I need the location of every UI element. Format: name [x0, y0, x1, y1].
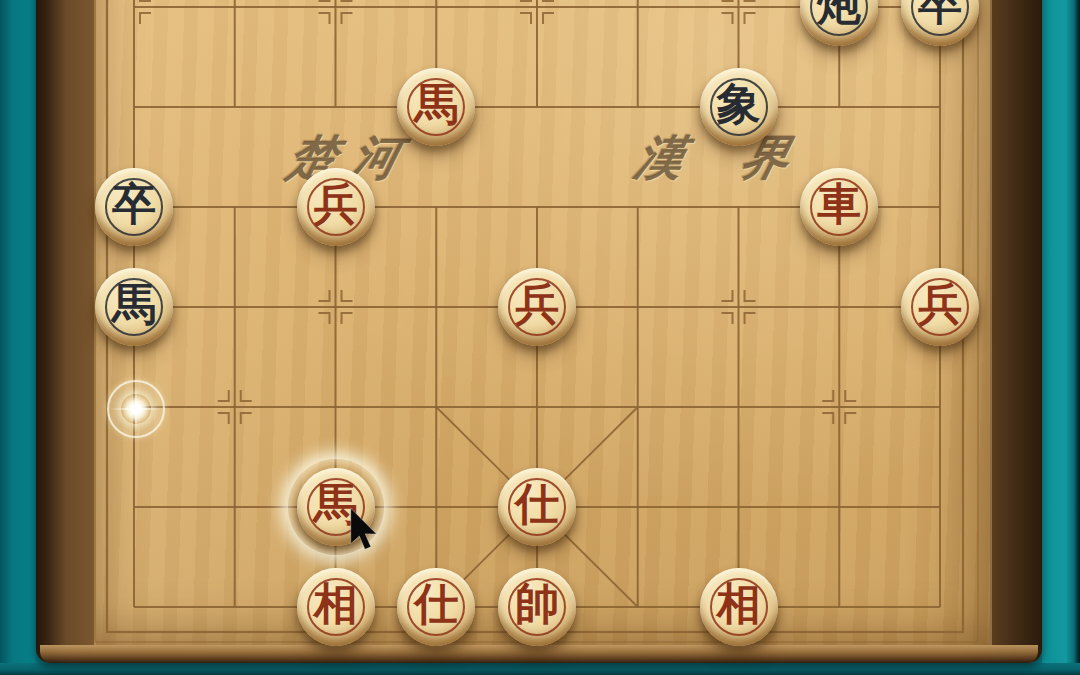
glow-dot-icon [121, 394, 151, 424]
piece-character: 相 [717, 583, 761, 627]
piece-character: 炮 [817, 0, 861, 27]
piece-black-elephant[interactable]: 象 [700, 68, 778, 146]
piece-red-elephant[interactable]: 相 [297, 568, 375, 646]
piece-character: 仕 [414, 583, 458, 627]
background-left-strip [0, 0, 36, 675]
piece-red-horse[interactable]: 馬 [397, 68, 475, 146]
background-bottom-strip [0, 663, 1080, 675]
piece-red-pawn[interactable]: 兵 [498, 268, 576, 346]
piece-red-pawn[interactable]: 兵 [297, 168, 375, 246]
piece-character: 卒 [112, 183, 156, 227]
piece-character: 馬 [414, 83, 458, 127]
piece-character: 兵 [918, 283, 962, 327]
piece-character: 卒 [918, 0, 962, 27]
piece-red-pawn[interactable]: 兵 [901, 268, 979, 346]
piece-red-chariot[interactable]: 車 [800, 168, 878, 246]
piece-red-advisor[interactable]: 仕 [498, 468, 576, 546]
piece-black-pawn[interactable]: 卒 [95, 168, 173, 246]
piece-black-horse[interactable]: 馬 [95, 268, 173, 346]
piece-character: 帥 [515, 583, 559, 627]
piece-character: 馬 [314, 483, 358, 527]
background-right-strip [1042, 0, 1080, 675]
piece-character: 仕 [515, 483, 559, 527]
piece-character: 馬 [112, 283, 156, 327]
piece-character: 象 [717, 83, 761, 127]
piece-character: 車 [817, 183, 861, 227]
piece-character: 相 [314, 583, 358, 627]
piece-red-elephant[interactable]: 相 [700, 568, 778, 646]
piece-character: 兵 [314, 183, 358, 227]
piece-character: 兵 [515, 283, 559, 327]
xiangqi-game-scene: 楚河 漢界 炮 卒 馬 象 卒 兵 車 馬 兵 [0, 0, 1080, 675]
last-move-origin-marker [107, 380, 165, 438]
piece-ring [307, 478, 365, 536]
piece-red-general[interactable]: 帥 [498, 568, 576, 646]
piece-red-horse[interactable]: 馬 [297, 468, 375, 546]
piece-red-advisor[interactable]: 仕 [397, 568, 475, 646]
